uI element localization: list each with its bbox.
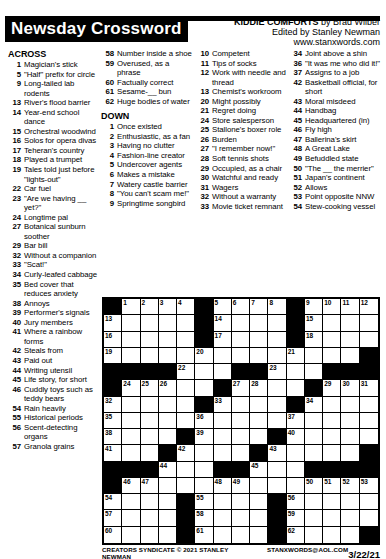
clue-number: 10 [196, 49, 212, 59]
grid-cell[interactable] [214, 494, 232, 510]
grid-cell[interactable] [195, 364, 213, 380]
cell-number: 58 [196, 510, 203, 518]
grid-cell[interactable]: 23 [268, 364, 286, 380]
grid-cell[interactable]: 60 [104, 527, 122, 543]
grid-cell[interactable]: 5 [214, 299, 232, 315]
clue: 2Enthusiastic, as a fan [101, 132, 194, 142]
grid-cell[interactable]: 17 [214, 332, 232, 348]
grid-cell[interactable] [360, 397, 378, 413]
down-clues-part2: 10Competent11Tips of socks12Work with ne… [196, 49, 287, 211]
clue-number: 36 [289, 59, 305, 69]
clue-column-4: 34Joint above a shin36"It was me who did… [289, 49, 384, 211]
grid-cell[interactable] [305, 429, 323, 445]
grid-cell[interactable] [287, 462, 305, 478]
clue-number: 4 [101, 151, 117, 161]
grid-cell[interactable] [159, 429, 177, 445]
grid-cell[interactable] [250, 413, 268, 429]
clue-text: Enthusiastic, as a fan [117, 132, 194, 142]
grid-cell[interactable] [341, 429, 359, 445]
black-cell [177, 494, 195, 510]
grid-cell[interactable]: 41 [104, 445, 122, 461]
grid-cell[interactable] [250, 478, 268, 494]
cell-number: 34 [306, 397, 313, 405]
grid-cell[interactable] [195, 445, 213, 461]
grid-cell[interactable]: 45 [250, 462, 268, 478]
grid-cell[interactable] [141, 429, 159, 445]
clue-text: Tips of socks [212, 59, 287, 69]
grid-cell[interactable] [323, 429, 341, 445]
grid-cell[interactable]: 50 [305, 478, 323, 494]
clue-text: Teheran's country [24, 146, 99, 156]
black-cell [104, 299, 122, 315]
clue-number: 19 [8, 165, 24, 184]
clue-number: 46 [289, 125, 305, 135]
grid-cell[interactable] [268, 380, 286, 396]
clue: 10Competent [196, 49, 287, 59]
grid-cell[interactable]: 47 [141, 478, 159, 494]
grid-cell[interactable] [323, 413, 341, 429]
grid-cell[interactable] [341, 315, 359, 331]
clue-number: 34 [8, 270, 24, 280]
grid-cell[interactable] [341, 348, 359, 364]
grid-cell[interactable]: 26 [159, 380, 177, 396]
grid-cell[interactable] [250, 429, 268, 445]
clue-column-1: ACROSS 1Magician's stick5"Half" prefix f… [8, 49, 99, 451]
grid-cell[interactable]: 24 [122, 380, 140, 396]
grid-cell[interactable]: 30 [341, 380, 359, 396]
grid-cell[interactable] [341, 413, 359, 429]
clue-text: Makes a mistake [117, 170, 194, 180]
grid-cell[interactable] [250, 348, 268, 364]
clue: 53Point opposite NNW [289, 192, 384, 202]
grid-cell[interactable] [232, 445, 250, 461]
grid-cell[interactable]: 48 [214, 478, 232, 494]
grid-cell[interactable] [159, 315, 177, 331]
grid-cell[interactable] [141, 413, 159, 429]
grid-cell[interactable]: 31 [360, 380, 378, 396]
black-cell [360, 527, 378, 543]
clue-text: Historical periods [24, 413, 99, 423]
grid-cell[interactable]: 21 [287, 348, 305, 364]
clue-number: 23 [8, 194, 24, 213]
grid-cell[interactable]: 39 [195, 429, 213, 445]
grid-cell[interactable] [323, 315, 341, 331]
grid-cell[interactable] [122, 494, 140, 510]
cell-number: 43 [269, 445, 276, 453]
black-cell [141, 364, 159, 380]
clue-number: 56 [8, 423, 24, 442]
grid-cell[interactable] [323, 510, 341, 526]
grid-cell[interactable] [141, 315, 159, 331]
clue: 35Bed cover that reduces anxiety [8, 280, 99, 299]
grid-cell[interactable] [177, 380, 195, 396]
grid-cell[interactable] [214, 429, 232, 445]
clue-text: Basketball official, for short [305, 78, 384, 97]
clue: 32Without a companion [8, 251, 99, 261]
grid-cell[interactable] [141, 332, 159, 348]
grid-cell[interactable] [177, 413, 195, 429]
grid-cell[interactable] [360, 413, 378, 429]
cell-number: 13 [105, 315, 112, 323]
grid-cell[interactable] [122, 445, 140, 461]
cell-number: 24 [123, 380, 130, 388]
clue-number: 59 [101, 59, 117, 78]
grid-cell[interactable] [141, 510, 159, 526]
clue-text: Curly-leafed cabbage [24, 270, 99, 280]
grid-cell[interactable] [250, 315, 268, 331]
grid-cell[interactable] [305, 348, 323, 364]
grid-cell[interactable] [305, 413, 323, 429]
cell-number: 60 [105, 527, 112, 535]
grid-cell[interactable]: 20 [195, 348, 213, 364]
clue: 16Solos for opera divas [8, 136, 99, 146]
grid-cell[interactable]: 52 [341, 478, 359, 494]
across-clues-part2: 58Number inside a shoe59Overused, as a p… [101, 49, 194, 106]
grid-cell[interactable]: 61 [195, 527, 213, 543]
grid-cell[interactable]: 28 [250, 380, 268, 396]
grid-cell[interactable]: 46 [122, 478, 140, 494]
cell-number: 52 [342, 478, 349, 486]
grid-cell[interactable]: 19 [104, 348, 122, 364]
clue-number: 45 [8, 375, 24, 385]
grid-cell[interactable] [360, 315, 378, 331]
grid-cell[interactable] [250, 494, 268, 510]
grid-cell[interactable]: 62 [287, 527, 305, 543]
clue-text: Car fuel [24, 184, 99, 194]
grid-cell[interactable] [268, 413, 286, 429]
cell-number: 27 [233, 380, 240, 388]
grid-cell[interactable] [159, 332, 177, 348]
grid-cell[interactable] [232, 494, 250, 510]
grid-cell[interactable] [250, 332, 268, 348]
clue-text: Stew-cooking vessel [305, 202, 384, 212]
clue-text: "The __ the merrier" [305, 164, 384, 174]
grid-cell[interactable] [122, 429, 140, 445]
grid-cell[interactable] [341, 510, 359, 526]
grid-cell[interactable]: 22 [177, 364, 195, 380]
clue: 3Having no clutter [101, 141, 194, 151]
clue: 34Joint above a shin [289, 49, 384, 59]
grid-cell[interactable] [323, 348, 341, 364]
grid-cell[interactable] [177, 462, 195, 478]
clue: 47Ballerina's skirt [289, 135, 384, 145]
grid-cell[interactable]: 8 [268, 299, 286, 315]
cell-number: 41 [105, 445, 112, 453]
clue-text: Allows [305, 183, 384, 193]
grid-cell[interactable] [141, 527, 159, 543]
cell-number: 29 [324, 380, 331, 388]
cell-number: 50 [306, 478, 313, 486]
grid-cell[interactable]: 6 [232, 299, 250, 315]
black-cell [341, 364, 359, 380]
clue: 21Regret doing [196, 106, 287, 116]
grid-cell[interactable] [214, 364, 232, 380]
clue-text: Fly high [305, 125, 384, 135]
grid-cell[interactable] [177, 332, 195, 348]
down-header: DOWN [101, 111, 194, 122]
clue-text: "Scat!" [24, 260, 99, 270]
black-cell [360, 462, 378, 478]
clue: 41Where a rainbow forms [8, 327, 99, 346]
black-cell [250, 364, 268, 380]
cell-number: 38 [105, 429, 112, 437]
grid-cell[interactable]: 59 [287, 510, 305, 526]
clue-text: Point opposite NNW [305, 192, 384, 202]
black-cell [122, 364, 140, 380]
grid-cell[interactable] [232, 429, 250, 445]
grid-cell[interactable]: 2 [141, 299, 159, 315]
grid-cell[interactable] [159, 397, 177, 413]
grid-cell[interactable] [159, 527, 177, 543]
grid-cell[interactable] [122, 315, 140, 331]
grid-cell[interactable] [360, 510, 378, 526]
grid-cell[interactable] [323, 397, 341, 413]
grid-cell[interactable]: 18 [305, 332, 323, 348]
cell-number: 31 [361, 380, 368, 388]
grid-cell[interactable] [323, 527, 341, 543]
grid-cell[interactable] [323, 332, 341, 348]
grid-cell[interactable] [122, 510, 140, 526]
clue-number: 22 [8, 184, 24, 194]
grid-cell[interactable] [341, 397, 359, 413]
grid-cell[interactable]: 44 [159, 462, 177, 478]
grid-cell[interactable]: 51 [323, 478, 341, 494]
grid-cell[interactable] [122, 348, 140, 364]
cell-number: 62 [288, 527, 295, 535]
clue: 59Overused, as a phrase [101, 59, 194, 78]
grid-cell[interactable] [141, 397, 159, 413]
grid-cell[interactable]: 1 [122, 299, 140, 315]
grid-cell[interactable]: 57 [104, 510, 122, 526]
clue-number: 17 [8, 146, 24, 156]
grid-cell[interactable]: 10 [323, 299, 341, 315]
grid-cell[interactable]: 55 [195, 494, 213, 510]
grid-cell[interactable] [177, 348, 195, 364]
grid-cell[interactable] [232, 413, 250, 429]
grid-cell[interactable]: 9 [305, 299, 323, 315]
grid-cell[interactable] [122, 527, 140, 543]
grid-cell[interactable] [195, 462, 213, 478]
grid-cell[interactable] [214, 348, 232, 364]
grid-cell[interactable]: 32 [104, 397, 122, 413]
clue-text: Moral misdeed [305, 97, 384, 107]
clue-number: 52 [289, 183, 305, 193]
grid-cell[interactable] [341, 527, 359, 543]
grid-cell[interactable]: 38 [104, 429, 122, 445]
cell-number: 25 [142, 380, 149, 388]
grid-cell[interactable] [360, 332, 378, 348]
grid-cell[interactable]: 37 [287, 413, 305, 429]
grid-cell[interactable] [195, 380, 213, 396]
grid-cell[interactable] [195, 478, 213, 494]
grid-cell[interactable] [250, 397, 268, 413]
grid-cell[interactable] [122, 413, 140, 429]
grid-cell[interactable]: 25 [141, 380, 159, 396]
clue-number: 54 [8, 404, 24, 414]
grid-cell[interactable]: 56 [287, 494, 305, 510]
black-cell [177, 527, 195, 543]
clue: 5"Half" prefix for circle [8, 70, 99, 80]
grid-cell[interactable]: 14 [214, 315, 232, 331]
clue-text: Burden [212, 135, 287, 145]
clue-number: 9 [8, 79, 24, 98]
grid-cell[interactable] [250, 510, 268, 526]
grid-cell[interactable] [305, 445, 323, 461]
black-cell [287, 299, 305, 315]
grid-cell[interactable]: 40 [287, 429, 305, 445]
clue: 19Tales told just before "lights-out" [8, 165, 99, 184]
grid-cell[interactable] [214, 413, 232, 429]
grid-cell[interactable] [268, 478, 286, 494]
grid-cell[interactable] [360, 429, 378, 445]
grid-cell[interactable]: 3 [159, 299, 177, 315]
black-cell [268, 510, 286, 526]
grid-cell[interactable]: 13 [104, 315, 122, 331]
grid-cell[interactable]: 54 [104, 494, 122, 510]
clue-number: 54 [289, 202, 305, 212]
cell-number: 45 [251, 462, 258, 470]
grid-cell[interactable] [323, 494, 341, 510]
grid-cell[interactable] [159, 494, 177, 510]
cell-number: 21 [288, 348, 295, 356]
clue-number: 28 [196, 154, 212, 164]
clue: 6Makes a mistake [101, 170, 194, 180]
cell-number: 6 [233, 299, 237, 307]
clue-text: Might possibly [212, 97, 287, 107]
grid-cell[interactable] [341, 445, 359, 461]
clue-number: 47 [289, 135, 305, 145]
clue-text: Wagers [212, 183, 287, 193]
grid-cell[interactable] [214, 527, 232, 543]
grid-cell[interactable] [287, 478, 305, 494]
grid-cell[interactable] [214, 510, 232, 526]
grid-cell[interactable]: 4 [177, 299, 195, 315]
clue: 22Car fuel [8, 184, 99, 194]
grid-cell[interactable] [232, 332, 250, 348]
grid-cell[interactable] [141, 494, 159, 510]
grid-cell[interactable] [159, 478, 177, 494]
clue-text: Number inside a shoe [117, 49, 194, 59]
grid-cell[interactable]: 36 [195, 413, 213, 429]
cell-number: 40 [288, 429, 295, 437]
grid-cell[interactable] [177, 397, 195, 413]
grid-cell[interactable] [232, 315, 250, 331]
cell-number: 35 [105, 413, 112, 421]
cell-number: 19 [105, 348, 112, 356]
cell-number: 2 [142, 299, 146, 307]
grid-cell[interactable] [141, 445, 159, 461]
clue-number: 37 [289, 68, 305, 78]
grid-cell[interactable] [159, 510, 177, 526]
grid-cell[interactable] [232, 397, 250, 413]
clue: 49Befuddled state [289, 154, 384, 164]
grid-cell[interactable] [268, 332, 286, 348]
grid-cell[interactable] [268, 462, 286, 478]
cell-number: 12 [361, 299, 368, 307]
grid-cell[interactable]: 11 [341, 299, 359, 315]
across-clues-part1: 1Magician's stick5"Half" prefix for circ… [8, 60, 99, 451]
black-cell [177, 429, 195, 445]
grid-cell[interactable] [214, 445, 232, 461]
grid-cell[interactable]: 49 [232, 478, 250, 494]
grid-cell[interactable] [360, 494, 378, 510]
cell-number: 32 [105, 397, 112, 405]
grid-cell[interactable] [141, 348, 159, 364]
clue-number: 48 [289, 144, 305, 154]
grid-cell[interactable]: 15 [305, 315, 323, 331]
grid-cell[interactable] [305, 527, 323, 543]
grid-cell[interactable] [341, 494, 359, 510]
grid-cell[interactable] [122, 397, 140, 413]
grid-cell[interactable]: 27 [232, 380, 250, 396]
grid-cell[interactable] [323, 445, 341, 461]
grid-cell[interactable] [232, 510, 250, 526]
grid-cell[interactable]: 58 [195, 510, 213, 526]
clue-number: 30 [196, 173, 212, 183]
grid-cell[interactable] [305, 494, 323, 510]
clue-text: Sesame-__ bun [117, 87, 194, 97]
grid-cell[interactable] [232, 348, 250, 364]
grid-cell[interactable] [305, 510, 323, 526]
grid-cell[interactable]: 12 [360, 299, 378, 315]
grid-cell[interactable] [341, 332, 359, 348]
clue: 50"The __ the merrier" [289, 164, 384, 174]
grid-cell[interactable] [177, 315, 195, 331]
grid-cell[interactable] [287, 445, 305, 461]
clue-text: Work with needle and thread [212, 68, 287, 87]
grid-cell[interactable]: 53 [360, 478, 378, 494]
clue-number: 1 [8, 60, 24, 70]
grid-cell[interactable]: 16 [104, 332, 122, 348]
grid-cell[interactable]: 43 [268, 445, 286, 461]
grid-cell[interactable] [250, 527, 268, 543]
clue: 37Assigns to a job [289, 68, 384, 78]
cell-number: 4 [178, 299, 182, 307]
down-clues-part3: 34Joint above a shin36"It was me who did… [289, 49, 384, 211]
grid-cell[interactable] [232, 527, 250, 543]
grid-cell[interactable] [268, 397, 286, 413]
clue-text: Competent [212, 49, 287, 59]
grid-cell[interactable] [268, 315, 286, 331]
clue-number: 2 [101, 132, 117, 142]
grid-cell[interactable] [268, 348, 286, 364]
black-cell [104, 364, 122, 380]
clue-number: 58 [101, 49, 117, 59]
clue: 26Burden [196, 135, 287, 145]
grid-cell[interactable] [159, 348, 177, 364]
grid-cell[interactable] [287, 364, 305, 380]
grid-cell[interactable] [177, 478, 195, 494]
grid-cell[interactable] [159, 413, 177, 429]
clue-text: Factually correct [117, 78, 194, 88]
grid-cell[interactable] [287, 380, 305, 396]
clue: 28Soft tennis shots [196, 154, 287, 164]
clue-text: "It was me who did it!" [305, 59, 384, 69]
clue-text: Without a companion [24, 251, 99, 261]
grid-cell[interactable] [305, 364, 323, 380]
clue-text: Steals from [24, 346, 99, 356]
grid-cell[interactable]: 7 [250, 299, 268, 315]
clue: 20Might possibly [196, 97, 287, 107]
grid-cell[interactable]: 35 [104, 413, 122, 429]
cell-number: 28 [251, 380, 258, 388]
grid-cell[interactable]: 42 [177, 445, 195, 461]
grid-cell[interactable]: 33 [214, 397, 232, 413]
grid-cell[interactable]: 34 [305, 397, 323, 413]
clue: 38Annoys [8, 299, 99, 309]
grid-cell[interactable] [122, 332, 140, 348]
grid-cell[interactable]: 29 [323, 380, 341, 396]
